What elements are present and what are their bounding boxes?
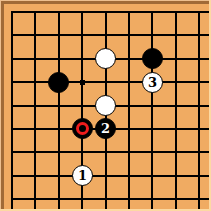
grid-line-vertical <box>175 11 177 209</box>
grid-line-vertical <box>11 11 13 209</box>
grid-line-horizontal <box>11 81 209 83</box>
move-number-label: 1 <box>78 169 87 182</box>
black-stone-move-2: 2 <box>95 118 116 139</box>
board-frame-left <box>1 1 4 209</box>
move-number-label: 2 <box>101 122 110 135</box>
white-stone-move-1: 1 <box>72 165 93 186</box>
grid-line-horizontal <box>11 34 209 36</box>
move-number-label: 3 <box>148 76 157 89</box>
grid-line-vertical <box>151 11 153 209</box>
white-stone <box>95 48 116 69</box>
board-frame-right-highlight <box>209 0 211 211</box>
grid-line-vertical <box>34 11 36 209</box>
grid-line-horizontal <box>11 175 209 177</box>
black-stone <box>48 72 69 93</box>
go-board: 321 <box>0 0 211 211</box>
hoshi-point-marker <box>80 80 85 85</box>
white-stone <box>95 95 116 116</box>
grid-line-vertical <box>58 11 60 209</box>
grid-line-horizontal <box>11 198 209 200</box>
white-stone-move-3: 3 <box>142 72 163 93</box>
grid-line-horizontal <box>11 11 209 13</box>
go-diagram: 321 <box>0 0 211 211</box>
black-stone <box>142 48 163 69</box>
board-frame-bottom-highlight <box>0 209 211 211</box>
grid-line-vertical <box>198 11 200 209</box>
board-frame-top <box>1 1 209 4</box>
grid-line-vertical <box>128 11 130 209</box>
board-frame-left-highlight <box>0 0 1 211</box>
red-circle-marker-icon <box>76 122 89 135</box>
board-frame-top-highlight <box>0 0 211 1</box>
grid-line-horizontal <box>11 151 209 153</box>
black-stone-marked <box>72 118 93 139</box>
